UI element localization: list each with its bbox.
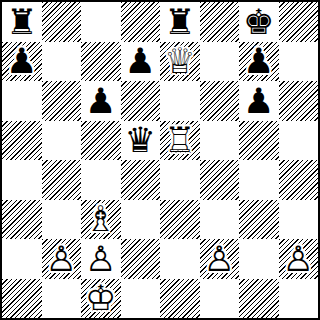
white-pawn-icon: ♙ xyxy=(46,241,77,276)
black-king-icon: ♚ xyxy=(243,4,274,39)
square-e7[interactable]: ♛♕ xyxy=(160,42,200,82)
square-c3[interactable]: ♝♗ xyxy=(81,200,121,240)
square-a4[interactable] xyxy=(2,160,42,200)
black-pawn-icon: ♟ xyxy=(125,44,156,79)
square-c2[interactable]: ♟♙ xyxy=(81,239,121,279)
white-pawn-icon: ♙ xyxy=(204,241,235,276)
piece-black-rook[interactable]: ♜♜ xyxy=(160,2,200,42)
square-a5[interactable] xyxy=(2,121,42,161)
black-rook-icon: ♜ xyxy=(6,4,37,39)
white-pawn-icon: ♙ xyxy=(85,241,116,276)
square-h8[interactable] xyxy=(279,2,319,42)
square-h2[interactable]: ♟♙ xyxy=(279,239,319,279)
square-f3[interactable] xyxy=(200,200,240,240)
square-a1[interactable] xyxy=(2,279,42,319)
piece-white-pawn[interactable]: ♟♙ xyxy=(279,239,319,279)
square-b3[interactable] xyxy=(42,200,82,240)
square-a6[interactable] xyxy=(2,81,42,121)
black-pawn-icon: ♟ xyxy=(6,44,37,79)
square-e2[interactable] xyxy=(160,239,200,279)
piece-white-rook[interactable]: ♜♖ xyxy=(160,121,200,161)
square-d3[interactable] xyxy=(121,200,161,240)
square-g6[interactable]: ♟♟ xyxy=(239,81,279,121)
square-d2[interactable] xyxy=(121,239,161,279)
black-pawn-icon: ♟ xyxy=(85,83,116,118)
square-h3[interactable] xyxy=(279,200,319,240)
chess-board[interactable]: ♜♜♜♜♚♚♟♟♟♟♛♕♟♟♟♟♟♟♛♛♜♖♝♗♟♙♟♙♟♙♟♙♚♔ xyxy=(0,0,320,320)
square-c4[interactable] xyxy=(81,160,121,200)
piece-white-pawn[interactable]: ♟♙ xyxy=(81,239,121,279)
square-h7[interactable] xyxy=(279,42,319,82)
white-bishop-icon: ♗ xyxy=(85,202,116,237)
square-f4[interactable] xyxy=(200,160,240,200)
square-e5[interactable]: ♜♖ xyxy=(160,121,200,161)
square-b4[interactable] xyxy=(42,160,82,200)
piece-white-bishop[interactable]: ♝♗ xyxy=(81,200,121,240)
square-e3[interactable] xyxy=(160,200,200,240)
square-c5[interactable] xyxy=(81,121,121,161)
square-a7[interactable]: ♟♟ xyxy=(2,42,42,82)
piece-black-pawn[interactable]: ♟♟ xyxy=(2,42,42,82)
piece-white-pawn[interactable]: ♟♙ xyxy=(200,239,240,279)
piece-black-pawn[interactable]: ♟♟ xyxy=(81,81,121,121)
square-d7[interactable]: ♟♟ xyxy=(121,42,161,82)
square-h4[interactable] xyxy=(279,160,319,200)
square-g1[interactable] xyxy=(239,279,279,319)
piece-black-king[interactable]: ♚♚ xyxy=(239,2,279,42)
square-b2[interactable]: ♟♙ xyxy=(42,239,82,279)
square-e4[interactable] xyxy=(160,160,200,200)
square-g8[interactable]: ♚♚ xyxy=(239,2,279,42)
black-queen-icon: ♛ xyxy=(125,123,156,158)
square-c8[interactable] xyxy=(81,2,121,42)
black-pawn-icon: ♟ xyxy=(243,83,274,118)
square-f6[interactable] xyxy=(200,81,240,121)
square-g4[interactable] xyxy=(239,160,279,200)
piece-black-pawn[interactable]: ♟♟ xyxy=(239,81,279,121)
white-queen-icon: ♕ xyxy=(164,44,195,79)
piece-black-pawn[interactable]: ♟♟ xyxy=(121,42,161,82)
square-d5[interactable]: ♛♛ xyxy=(121,121,161,161)
square-b1[interactable] xyxy=(42,279,82,319)
square-f1[interactable] xyxy=(200,279,240,319)
square-d1[interactable] xyxy=(121,279,161,319)
white-pawn-icon: ♙ xyxy=(283,241,314,276)
square-c6[interactable]: ♟♟ xyxy=(81,81,121,121)
piece-white-pawn[interactable]: ♟♙ xyxy=(42,239,82,279)
piece-white-queen[interactable]: ♛♕ xyxy=(160,42,200,82)
square-h6[interactable] xyxy=(279,81,319,121)
black-pawn-icon: ♟ xyxy=(243,44,274,79)
square-e6[interactable] xyxy=(160,81,200,121)
square-d4[interactable] xyxy=(121,160,161,200)
square-f2[interactable]: ♟♙ xyxy=(200,239,240,279)
white-rook-icon: ♖ xyxy=(164,123,195,158)
square-g5[interactable] xyxy=(239,121,279,161)
square-a2[interactable] xyxy=(2,239,42,279)
square-h5[interactable] xyxy=(279,121,319,161)
square-e8[interactable]: ♜♜ xyxy=(160,2,200,42)
square-e1[interactable] xyxy=(160,279,200,319)
square-g2[interactable] xyxy=(239,239,279,279)
piece-black-queen[interactable]: ♛♛ xyxy=(121,121,161,161)
square-c7[interactable] xyxy=(81,42,121,82)
square-g7[interactable]: ♟♟ xyxy=(239,42,279,82)
square-a3[interactable] xyxy=(2,200,42,240)
square-b8[interactable] xyxy=(42,2,82,42)
square-c1[interactable]: ♚♔ xyxy=(81,279,121,319)
square-a8[interactable]: ♜♜ xyxy=(2,2,42,42)
square-d8[interactable] xyxy=(121,2,161,42)
square-f5[interactable] xyxy=(200,121,240,161)
piece-black-rook[interactable]: ♜♜ xyxy=(2,2,42,42)
square-g3[interactable] xyxy=(239,200,279,240)
white-king-icon: ♔ xyxy=(85,281,116,316)
square-f7[interactable] xyxy=(200,42,240,82)
black-rook-icon: ♜ xyxy=(164,4,195,39)
piece-white-king[interactable]: ♚♔ xyxy=(81,279,121,319)
square-b6[interactable] xyxy=(42,81,82,121)
square-h1[interactable] xyxy=(279,279,319,319)
square-d6[interactable] xyxy=(121,81,161,121)
piece-black-pawn[interactable]: ♟♟ xyxy=(239,42,279,82)
square-f8[interactable] xyxy=(200,2,240,42)
square-b7[interactable] xyxy=(42,42,82,82)
square-b5[interactable] xyxy=(42,121,82,161)
